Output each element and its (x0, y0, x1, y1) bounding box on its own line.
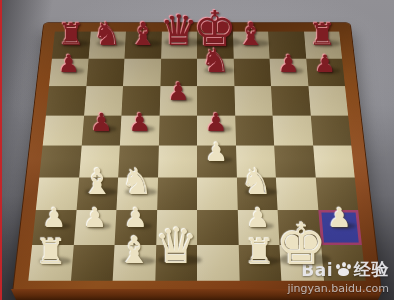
baidu-paw-icon (335, 262, 352, 277)
square-g4[interactable] (274, 146, 315, 178)
piece-e7-red-n[interactable]: ♞ (201, 45, 230, 78)
piece-h8-red-r[interactable]: ♜ (309, 20, 336, 50)
piece-c5-red-p[interactable]: ♟ (128, 110, 151, 135)
square-a6[interactable] (46, 86, 86, 115)
piece-a1-white-r[interactable]: ♜ (35, 234, 67, 269)
square-h4[interactable] (313, 146, 355, 178)
piece-f8-red-b[interactable]: ♝ (236, 18, 265, 50)
square-f7[interactable] (233, 58, 271, 86)
square-d4[interactable] (158, 146, 197, 178)
piece-c8-red-b[interactable]: ♝ (129, 18, 158, 50)
piece-h7-red-p[interactable]: ♟ (314, 52, 336, 76)
square-f5[interactable] (235, 115, 274, 145)
chess-game-screenshot: ♜♞♝♛♚♝♜♟♞♟♟♟♟♟♟♟♝♞♞♟♟♟♟♟♜♝♛♜♚ Bai 经验 jin… (0, 0, 394, 300)
square-a4[interactable] (39, 146, 81, 178)
square-d5[interactable] (158, 115, 197, 145)
square-c7[interactable] (123, 58, 161, 86)
piece-c3-white-n[interactable]: ♞ (121, 164, 153, 200)
piece-f3-white-n[interactable]: ♞ (241, 164, 273, 200)
piece-b2-white-p[interactable]: ♟ (83, 205, 107, 232)
square-e3[interactable] (197, 177, 237, 210)
piece-a2-white-p[interactable]: ♟ (42, 205, 66, 232)
square-g3[interactable] (276, 177, 318, 210)
brand-suffix: 经验 (354, 258, 389, 281)
piece-a7-red-p[interactable]: ♟ (58, 52, 80, 76)
square-f6[interactable] (234, 86, 273, 115)
square-h6[interactable] (308, 86, 348, 115)
square-g5[interactable] (273, 115, 313, 145)
piece-b8-red-n[interactable]: ♞ (93, 18, 122, 50)
piece-c1-white-b[interactable]: ♝ (118, 232, 151, 269)
piece-g7-red-p[interactable]: ♟ (278, 52, 300, 76)
piece-g1-white-k[interactable]: ♚ (276, 216, 327, 273)
left-edge-accent (0, 0, 2, 300)
piece-d1-white-q[interactable]: ♛ (154, 222, 198, 271)
piece-e4-white-p[interactable]: ♟ (205, 140, 228, 166)
square-e1[interactable] (197, 245, 239, 281)
piece-f1-white-r[interactable]: ♜ (244, 234, 276, 269)
square-a5[interactable] (43, 115, 84, 145)
square-h5[interactable] (310, 115, 351, 145)
square-b7[interactable] (86, 58, 124, 86)
watermark-url: jingyan.baidu.com (287, 282, 389, 295)
piece-b5-red-p[interactable]: ♟ (90, 110, 113, 135)
piece-f2-white-p[interactable]: ♟ (246, 205, 270, 232)
square-d3[interactable] (157, 177, 197, 210)
piece-e5-red-p[interactable]: ♟ (205, 110, 228, 135)
square-b1[interactable] (70, 245, 114, 281)
piece-d6-red-p[interactable]: ♟ (167, 80, 189, 105)
square-g6[interactable] (271, 86, 310, 115)
piece-h2-white-p[interactable]: ♟ (328, 205, 352, 232)
piece-b3-white-b[interactable]: ♝ (81, 164, 113, 200)
piece-a8-red-r[interactable]: ♜ (58, 20, 85, 50)
square-e2[interactable] (197, 210, 238, 245)
